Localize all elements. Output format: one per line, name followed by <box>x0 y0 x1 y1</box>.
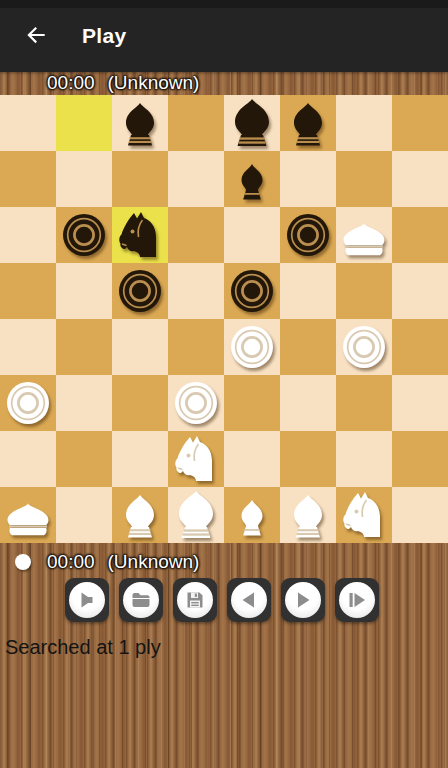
top-player-name: (Unknown) <box>108 72 200 94</box>
square-e7[interactable] <box>224 151 280 207</box>
square-d4[interactable] <box>168 319 224 375</box>
square-b4[interactable] <box>56 319 112 375</box>
black-pawn-bia[interactable] <box>280 207 336 263</box>
bottom-player-clock-row: 00:00 (Unknown) <box>0 550 448 574</box>
square-h4[interactable] <box>392 319 448 375</box>
square-c4[interactable] <box>112 319 168 375</box>
square-c7[interactable] <box>112 151 168 207</box>
bottom-player-clock: 00:00 <box>47 551 95 573</box>
black-knight-ma[interactable] <box>112 207 168 263</box>
square-e5[interactable] <box>224 263 280 319</box>
square-f4[interactable] <box>280 319 336 375</box>
square-h5[interactable] <box>392 263 448 319</box>
white-pawn-bia[interactable] <box>0 375 56 431</box>
black-pawn-bia[interactable] <box>56 207 112 263</box>
app-background: Play 00:00 (Unknown) <box>0 0 448 768</box>
open-button[interactable] <box>119 578 163 622</box>
bottom-turn-indicator <box>15 554 31 570</box>
white-queen-met[interactable] <box>224 487 280 543</box>
top-player-clock: 00:00 <box>47 72 95 94</box>
board <box>0 95 448 543</box>
square-b2[interactable] <box>56 431 112 487</box>
black-king-khun[interactable] <box>224 95 280 151</box>
white-knight-ma[interactable] <box>336 487 392 543</box>
move-forward-button[interactable] <box>281 578 325 622</box>
black-bishop-khon[interactable] <box>112 95 168 151</box>
square-c8[interactable] <box>112 95 168 151</box>
square-c5[interactable] <box>112 263 168 319</box>
black-queen-met[interactable] <box>224 151 280 207</box>
square-b6[interactable] <box>56 207 112 263</box>
square-d5[interactable] <box>168 263 224 319</box>
square-d1[interactable] <box>168 487 224 543</box>
square-f1[interactable] <box>280 487 336 543</box>
square-a1[interactable] <box>0 487 56 543</box>
square-g4[interactable] <box>336 319 392 375</box>
square-b7[interactable] <box>56 151 112 207</box>
square-f8[interactable] <box>280 95 336 151</box>
square-d6[interactable] <box>168 207 224 263</box>
step-back-icon <box>231 582 267 618</box>
square-c1[interactable] <box>112 487 168 543</box>
square-g1[interactable] <box>336 487 392 543</box>
square-d3[interactable] <box>168 375 224 431</box>
square-c2[interactable] <box>112 431 168 487</box>
skip-forward-icon <box>339 582 375 618</box>
square-f6[interactable] <box>280 207 336 263</box>
save-button[interactable] <box>173 578 217 622</box>
sound-button[interactable] <box>65 578 109 622</box>
square-e2[interactable] <box>224 431 280 487</box>
white-pawn-bia[interactable] <box>224 319 280 375</box>
square-e1[interactable] <box>224 487 280 543</box>
square-c3[interactable] <box>112 375 168 431</box>
square-c6[interactable] <box>112 207 168 263</box>
square-a7[interactable] <box>0 151 56 207</box>
folder-icon <box>123 582 159 618</box>
square-a5[interactable] <box>0 263 56 319</box>
white-bishop-khon[interactable] <box>112 487 168 543</box>
floppy-disk-icon <box>177 582 213 618</box>
square-e6[interactable] <box>224 207 280 263</box>
step-forward-icon <box>285 582 321 618</box>
square-a4[interactable] <box>0 319 56 375</box>
black-pawn-bia[interactable] <box>224 263 280 319</box>
square-g8[interactable] <box>336 95 392 151</box>
white-pawn-bia[interactable] <box>168 375 224 431</box>
square-g3[interactable] <box>336 375 392 431</box>
square-b1[interactable] <box>56 487 112 543</box>
square-a3[interactable] <box>0 375 56 431</box>
square-d8[interactable] <box>168 95 224 151</box>
square-a2[interactable] <box>0 431 56 487</box>
arrow-left-icon <box>23 22 49 51</box>
square-h6[interactable] <box>392 207 448 263</box>
square-g5[interactable] <box>336 263 392 319</box>
square-h3[interactable] <box>392 375 448 431</box>
square-f2[interactable] <box>280 431 336 487</box>
engine-status-text: Searched at 1 ply <box>5 636 161 659</box>
square-f7[interactable] <box>280 151 336 207</box>
white-bishop-khon[interactable] <box>280 487 336 543</box>
square-g2[interactable] <box>336 431 392 487</box>
square-h7[interactable] <box>392 151 448 207</box>
square-d7[interactable] <box>168 151 224 207</box>
toolbar <box>65 578 379 622</box>
square-b3[interactable] <box>56 375 112 431</box>
back-button[interactable] <box>12 12 60 60</box>
square-f5[interactable] <box>280 263 336 319</box>
black-pawn-bia[interactable] <box>112 263 168 319</box>
square-h1[interactable] <box>392 487 448 543</box>
move-forward-all-button[interactable] <box>335 578 379 622</box>
white-knight-ma[interactable] <box>168 431 224 487</box>
white-king-khun[interactable] <box>168 487 224 543</box>
white-pawn-bia[interactable] <box>336 319 392 375</box>
app-bar: Play <box>0 0 448 72</box>
square-h8[interactable] <box>392 95 448 151</box>
square-e3[interactable] <box>224 375 280 431</box>
square-f3[interactable] <box>280 375 336 431</box>
move-back-button[interactable] <box>227 578 271 622</box>
square-h2[interactable] <box>392 431 448 487</box>
white-rook-boat[interactable] <box>0 487 56 543</box>
square-g6[interactable] <box>336 207 392 263</box>
page-title: Play <box>82 24 126 48</box>
square-b5[interactable] <box>56 263 112 319</box>
square-a8[interactable] <box>0 95 56 151</box>
square-b8[interactable] <box>56 95 112 151</box>
square-a6[interactable] <box>0 207 56 263</box>
black-bishop-khon[interactable] <box>280 95 336 151</box>
square-d2[interactable] <box>168 431 224 487</box>
square-e4[interactable] <box>224 319 280 375</box>
bottom-player-name: (Unknown) <box>108 551 200 573</box>
top-player-clock-row: 00:00 (Unknown) <box>0 71 448 95</box>
white-rook-boat[interactable] <box>336 207 392 263</box>
square-e8[interactable] <box>224 95 280 151</box>
square-g7[interactable] <box>336 151 392 207</box>
speaker-icon <box>69 582 105 618</box>
